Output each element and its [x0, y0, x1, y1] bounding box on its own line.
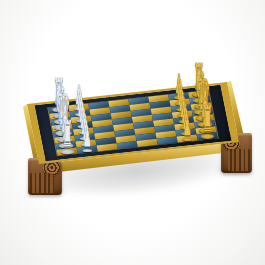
- piece-black-p: ♟: [183, 112, 191, 139]
- chess-set-photo: ♜♟♟♜♞♟♟♞♝♟♟♝♚♟♟♚♛♟♟♛♝♟♟♝♞♟♟♞♜♟♟♜: [0, 0, 265, 265]
- piece-white-p: ♟: [83, 123, 91, 150]
- square: ♜: [197, 132, 218, 140]
- piece-base: [182, 138, 192, 142]
- square: [117, 141, 138, 149]
- square: [97, 143, 118, 151]
- piece-base: [61, 150, 74, 155]
- piece-base: [201, 134, 214, 139]
- foot-flutes: [30, 173, 54, 193]
- piece-white-r: ♜: [62, 116, 73, 152]
- square: ♜: [57, 148, 78, 156]
- piece-base: [82, 149, 92, 153]
- square: ♟: [77, 145, 98, 153]
- piece-black-r: ♜: [202, 101, 213, 137]
- board-grid: ♜♟♟♜♞♟♟♞♝♟♟♝♚♟♟♚♛♟♟♛♝♟♟♝♞♟♟♞♜♟♟♜: [48, 90, 218, 156]
- square: ♟: [177, 134, 198, 142]
- square: [137, 139, 158, 147]
- square: [157, 137, 178, 145]
- bronze-scroll-foot-left: [28, 158, 62, 195]
- foot-flutes: [228, 149, 250, 171]
